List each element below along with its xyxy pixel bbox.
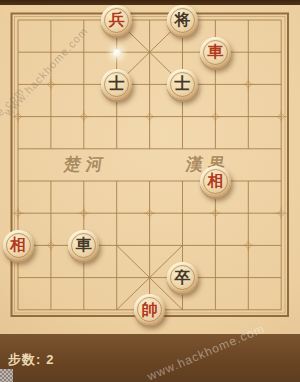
xiangqi-board[interactable]: 楚河 漢界 兵将車士士相相車卒帥 <box>0 5 300 334</box>
piece-glyph: 卒 <box>175 270 191 286</box>
piece-black-chariot[interactable]: 車 <box>68 230 99 261</box>
piece-glyph: 帥 <box>142 302 158 318</box>
piece-red-chariot[interactable]: 車 <box>200 37 231 68</box>
status-bar: 步数:2 <box>0 334 300 382</box>
piece-glyph: 将 <box>175 12 191 28</box>
piece-glyph: 士 <box>109 76 125 92</box>
piece-black-advisor[interactable]: 士 <box>101 69 132 100</box>
piece-red-soldier[interactable]: 兵 <box>101 5 132 36</box>
piece-red-elephant[interactable]: 相 <box>200 166 231 197</box>
piece-black-soldier[interactable]: 卒 <box>167 262 198 293</box>
move-count-label: 步数: <box>8 352 41 367</box>
qr-watermark <box>0 369 13 382</box>
move-indicator-dot <box>113 49 121 57</box>
piece-glyph: 相 <box>207 173 223 189</box>
piece-glyph: 相 <box>10 237 26 253</box>
board-grid <box>0 5 300 334</box>
move-count: 步数:2 <box>8 351 55 369</box>
piece-black-advisor[interactable]: 士 <box>167 69 198 100</box>
piece-glyph: 士 <box>175 76 191 92</box>
piece-red-elephant[interactable]: 相 <box>3 230 34 261</box>
piece-glyph: 車 <box>76 237 92 253</box>
piece-glyph: 車 <box>207 44 223 60</box>
river-label-left: 楚河 <box>62 153 109 175</box>
app-screen: 楚河 漢界 兵将車士士相相車卒帥 www.hackhome.com www.ha… <box>0 0 300 382</box>
piece-glyph: 兵 <box>109 12 125 28</box>
move-count-value: 2 <box>46 352 54 367</box>
piece-black-general[interactable]: 将 <box>167 5 198 36</box>
